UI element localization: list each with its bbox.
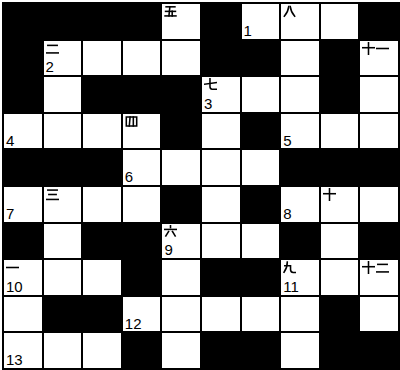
cell-r7c2[interactable]: [44, 224, 82, 259]
across-clue-number: 3: [204, 96, 212, 112]
kanji-glyph: [376, 261, 389, 274]
cell-r7c10: [360, 224, 398, 259]
down-clue-number-kanji: [283, 5, 296, 18]
cell-r2c8[interactable]: [281, 41, 319, 76]
down-clue-number-kanji: [362, 42, 389, 55]
cell-r6c4[interactable]: [123, 187, 161, 222]
cell-r3c4: [123, 77, 161, 112]
cell-r1c5[interactable]: [162, 4, 200, 39]
cell-r3c1: [4, 77, 42, 112]
cell-r8c4: [123, 260, 161, 295]
cell-r2c7: [242, 41, 280, 76]
cell-r2c2[interactable]: 2: [44, 41, 82, 76]
cell-r7c7[interactable]: [242, 224, 280, 259]
down-clue-number-kanji: [283, 261, 296, 274]
cell-r10c6: [202, 333, 240, 368]
cell-r9c1[interactable]: [4, 297, 42, 332]
kanji-glyph: [164, 225, 177, 238]
cell-r7c1: [4, 224, 42, 259]
cell-r4c9[interactable]: [321, 114, 359, 149]
cell-r10c7: [242, 333, 280, 368]
across-clue-number: 1: [244, 23, 252, 39]
cell-r9c7[interactable]: [242, 297, 280, 332]
cell-r6c6[interactable]: [202, 187, 240, 222]
cell-r9c6[interactable]: [202, 297, 240, 332]
cell-r4c3[interactable]: [83, 114, 121, 149]
kanji-glyph: [46, 42, 59, 55]
kanji-glyph: [283, 261, 296, 274]
cell-r5c2: [44, 150, 82, 185]
cell-r9c4[interactable]: 12: [123, 297, 161, 332]
cell-r5c1: [4, 150, 42, 185]
kanji-glyph: [6, 261, 19, 274]
cell-r4c10[interactable]: [360, 114, 398, 149]
cell-r1c6: [202, 4, 240, 39]
cell-r4c1[interactable]: 4: [4, 114, 42, 149]
down-clue-number-kanji: [164, 225, 177, 238]
cell-r10c5[interactable]: [162, 333, 200, 368]
cell-r5c6[interactable]: [202, 150, 240, 185]
cell-r7c8: [281, 224, 319, 259]
cell-r1c7[interactable]: 1: [242, 4, 280, 39]
kanji-glyph: [376, 42, 389, 55]
kanji-glyph: [164, 5, 177, 18]
cell-r10c3[interactable]: [83, 333, 121, 368]
down-clue-number-kanji: [323, 188, 336, 201]
kanji-glyph: [125, 115, 138, 128]
cell-r7c3: [83, 224, 121, 259]
across-clue-number: 10: [6, 279, 23, 295]
cell-r4c5: [162, 114, 200, 149]
cell-r4c6[interactable]: [202, 114, 240, 149]
cell-r1c9[interactable]: [321, 4, 359, 39]
cell-r2c10[interactable]: [360, 41, 398, 76]
cell-r6c3[interactable]: [83, 187, 121, 222]
cell-r3c10[interactable]: [360, 77, 398, 112]
cell-r2c3[interactable]: [83, 41, 121, 76]
cell-r1c1: [4, 4, 42, 39]
cell-r1c4: [123, 4, 161, 39]
cell-r6c10[interactable]: [360, 187, 398, 222]
cell-r4c8[interactable]: 5: [281, 114, 319, 149]
cell-r8c7: [242, 260, 280, 295]
cell-r2c4[interactable]: [123, 41, 161, 76]
cell-r3c9: [321, 77, 359, 112]
cell-r6c8[interactable]: 8: [281, 187, 319, 222]
cell-r7c5[interactable]: 9: [162, 224, 200, 259]
cell-r5c5[interactable]: [162, 150, 200, 185]
cell-r9c5[interactable]: [162, 297, 200, 332]
cell-r1c2: [44, 4, 82, 39]
kanji-glyph: [323, 188, 336, 201]
cell-r4c4[interactable]: [123, 114, 161, 149]
cell-r8c9[interactable]: [321, 260, 359, 295]
cell-r3c2[interactable]: [44, 77, 82, 112]
cell-r10c2[interactable]: [44, 333, 82, 368]
cell-r7c9[interactable]: [321, 224, 359, 259]
kanji-glyph: [283, 5, 296, 18]
cell-r2c9: [321, 41, 359, 76]
cell-r1c3: [83, 4, 121, 39]
cell-r5c7[interactable]: [242, 150, 280, 185]
cell-r3c7[interactable]: [242, 77, 280, 112]
cell-r6c7: [242, 187, 280, 222]
cell-r6c2[interactable]: [44, 187, 82, 222]
cell-r9c3: [83, 297, 121, 332]
cell-r10c1[interactable]: 13: [4, 333, 42, 368]
cell-r9c8[interactable]: [281, 297, 319, 332]
kanji-glyph: [362, 42, 375, 55]
cell-r3c8[interactable]: [281, 77, 319, 112]
cell-r8c5[interactable]: [162, 260, 200, 295]
across-clue-number: 2: [46, 59, 54, 75]
cell-r10c9: [321, 333, 359, 368]
cell-r6c1[interactable]: 7: [4, 187, 42, 222]
cell-r6c9[interactable]: [321, 187, 359, 222]
down-clue-number-kanji: [125, 115, 138, 128]
cell-r9c2: [44, 297, 82, 332]
across-clue-number: 5: [283, 133, 291, 149]
cell-r3c3: [83, 77, 121, 112]
cell-r3c5: [162, 77, 200, 112]
cell-r4c2[interactable]: [44, 114, 82, 149]
cell-r2c1: [4, 41, 42, 76]
cell-r4c7: [242, 114, 280, 149]
cell-r9c10[interactable]: [360, 297, 398, 332]
across-clue-number: 12: [125, 316, 142, 332]
cell-r2c6: [202, 41, 240, 76]
down-clue-number-kanji: [6, 261, 19, 274]
cell-r8c3[interactable]: [83, 260, 121, 295]
cell-r10c4: [123, 333, 161, 368]
cell-r1c8[interactable]: [281, 4, 319, 39]
across-clue-number: 4: [6, 133, 14, 149]
across-clue-number: 8: [283, 206, 291, 222]
cell-r8c2[interactable]: [44, 260, 82, 295]
cell-r8c6: [202, 260, 240, 295]
across-clue-number: 6: [125, 169, 133, 185]
cell-r8c8[interactable]: 11: [281, 260, 319, 295]
cell-r8c1[interactable]: 10: [4, 260, 42, 295]
across-clue-number: 9: [164, 242, 172, 258]
down-clue-number-kanji: [46, 188, 59, 201]
cell-r2c5[interactable]: [162, 41, 200, 76]
cell-r8c10[interactable]: [360, 260, 398, 295]
kanji-glyph: [204, 78, 217, 91]
cell-r3c6[interactable]: 3: [202, 77, 240, 112]
cell-r1c10: [360, 4, 398, 39]
cell-r5c10: [360, 150, 398, 185]
down-clue-number-kanji: [164, 5, 177, 18]
down-clue-number-kanji: [362, 261, 389, 274]
cell-r9c9: [321, 297, 359, 332]
cell-r5c3: [83, 150, 121, 185]
cell-r7c6[interactable]: [202, 224, 240, 259]
cell-r6c5: [162, 187, 200, 222]
cell-r10c10: [360, 333, 398, 368]
cell-r10c8[interactable]: [281, 333, 319, 368]
crossword-board: 12345678910111213: [2, 2, 400, 370]
across-clue-number: 13: [6, 352, 23, 368]
cell-r5c4[interactable]: 6: [123, 150, 161, 185]
down-clue-number-kanji: [204, 78, 217, 91]
cell-r5c9: [321, 150, 359, 185]
cell-r7c4: [123, 224, 161, 259]
across-clue-number: 11: [283, 279, 299, 295]
across-clue-number: 7: [6, 206, 14, 222]
kanji-glyph: [362, 261, 375, 274]
kanji-glyph: [46, 188, 59, 201]
down-clue-number-kanji: [46, 42, 59, 55]
cell-r5c8: [281, 150, 319, 185]
